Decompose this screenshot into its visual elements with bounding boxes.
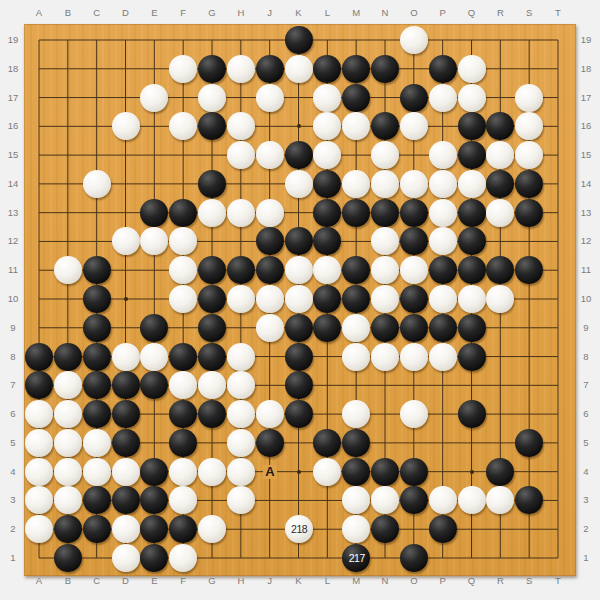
black-stone-Q16[interactable]: ● <box>458 112 486 140</box>
black-stone-Q12[interactable]: ● <box>458 227 486 255</box>
row-label-left-17: 17 <box>3 93 23 103</box>
white-stone-glyph: ○ <box>183 499 184 501</box>
black-stone-O10[interactable]: ● <box>400 285 428 313</box>
black-stone-J5[interactable]: ● <box>256 429 284 457</box>
white-stone-glyph: ○ <box>154 97 155 99</box>
white-stone-H6[interactable]: ○ <box>227 400 255 428</box>
white-stone-Q18[interactable]: ○ <box>458 55 486 83</box>
black-stone-M5[interactable]: ● <box>342 429 370 457</box>
star-point <box>124 297 128 301</box>
white-stone-glyph: ○ <box>211 212 212 214</box>
white-stone-P17[interactable]: ○ <box>429 84 457 112</box>
black-stone-N18[interactable]: ● <box>371 55 399 83</box>
black-stone-D7[interactable]: ● <box>112 371 140 399</box>
white-stone-glyph: ○ <box>125 125 126 127</box>
black-stone-N9[interactable]: ● <box>371 314 399 342</box>
white-stone-K2[interactable]: ○218 <box>285 515 313 543</box>
white-stone-glyph: ○ <box>240 384 241 386</box>
white-stone-J15[interactable]: ○ <box>256 141 284 169</box>
white-stone-glyph: ○ <box>298 269 299 271</box>
white-stone-glyph: ○ <box>67 384 68 386</box>
white-stone-F1[interactable]: ○ <box>169 544 197 572</box>
white-stone-glyph: ○ <box>125 471 126 473</box>
column-label-bottom-S: S <box>519 576 539 586</box>
row-label-left-6: 6 <box>3 409 23 419</box>
white-stone-M9[interactable]: ○ <box>342 314 370 342</box>
black-stone-K7[interactable]: ● <box>285 371 313 399</box>
black-stone-glyph: ● <box>413 499 414 501</box>
black-stone-J12[interactable]: ● <box>256 227 284 255</box>
black-stone-Q15[interactable]: ● <box>458 141 486 169</box>
black-stone-glyph: ● <box>269 68 270 70</box>
black-stone-S14[interactable]: ● <box>515 170 543 198</box>
black-stone-O17[interactable]: ● <box>400 84 428 112</box>
white-stone-O8[interactable]: ○ <box>400 343 428 371</box>
black-stone-E4[interactable]: ● <box>140 458 168 486</box>
white-stone-glyph: ○ <box>442 499 443 501</box>
black-stone-glyph: ● <box>500 183 501 185</box>
row-label-left-14: 14 <box>3 179 23 189</box>
white-stone-P10[interactable]: ○ <box>429 285 457 313</box>
white-stone-glyph: ○ <box>240 471 241 473</box>
black-stone-G6[interactable]: ● <box>198 400 226 428</box>
white-stone-glyph: ○ <box>442 356 443 358</box>
row-label-right-5: 5 <box>576 438 596 448</box>
white-stone-glyph: ○ <box>442 212 443 214</box>
go-game-screenshot: ●○○●○●○●●●●○○○○○●●○○○○○●○○○●○●●○○○●○○○●○… <box>0 0 600 600</box>
black-stone-glyph: ● <box>327 442 328 444</box>
row-label-left-18: 18 <box>3 64 23 74</box>
black-stone-O4[interactable]: ● <box>400 458 428 486</box>
white-stone-E8[interactable]: ○ <box>140 343 168 371</box>
black-stone-glyph: ● <box>442 327 443 329</box>
white-stone-glyph: ○ <box>240 413 241 415</box>
white-stone-B7[interactable]: ○ <box>54 371 82 399</box>
white-stone-O19[interactable]: ○ <box>400 26 428 54</box>
white-stone-L17[interactable]: ○ <box>313 84 341 112</box>
white-stone-D4[interactable]: ○ <box>112 458 140 486</box>
white-stone-glyph: ○ <box>529 154 530 156</box>
black-stone-glyph: ● <box>183 528 184 530</box>
black-stone-glyph: ● <box>96 269 97 271</box>
black-stone-R4[interactable]: ● <box>486 458 514 486</box>
white-stone-Q10[interactable]: ○ <box>458 285 486 313</box>
black-stone-M13[interactable]: ● <box>342 199 370 227</box>
white-stone-glyph: ○ <box>38 471 39 473</box>
white-stone-glyph: ○ <box>38 528 39 530</box>
white-stone-J9[interactable]: ○ <box>256 314 284 342</box>
white-stone-glyph: ○ <box>442 298 443 300</box>
black-stone-C10[interactable]: ● <box>83 285 111 313</box>
column-label-top-E: E <box>144 8 164 18</box>
white-stone-glyph: ○ <box>327 154 328 156</box>
black-stone-glyph: ● <box>183 413 184 415</box>
black-stone-glyph: ● <box>154 557 155 559</box>
white-stone-glyph: ○ <box>183 269 184 271</box>
row-label-right-10: 10 <box>576 294 596 304</box>
column-label-top-D: D <box>116 8 136 18</box>
white-stone-E17[interactable]: ○ <box>140 84 168 112</box>
black-stone-glyph: ● <box>327 212 328 214</box>
white-stone-glyph: ○ <box>67 471 68 473</box>
row-label-left-15: 15 <box>3 150 23 160</box>
black-stone-G14[interactable]: ● <box>198 170 226 198</box>
column-label-top-R: R <box>490 8 510 18</box>
white-stone-glyph: ○ <box>240 442 241 444</box>
black-stone-L18[interactable]: ● <box>313 55 341 83</box>
white-stone-P3[interactable]: ○ <box>429 486 457 514</box>
white-stone-P14[interactable]: ○ <box>429 170 457 198</box>
black-stone-glyph: ● <box>413 212 414 214</box>
black-stone-glyph: ● <box>154 384 155 386</box>
column-label-top-M: M <box>346 8 366 18</box>
black-stone-M4[interactable]: ● <box>342 458 370 486</box>
white-stone-D2[interactable]: ○ <box>112 515 140 543</box>
black-stone-glyph: ● <box>471 125 472 127</box>
column-label-top-S: S <box>519 8 539 18</box>
column-label-top-L: L <box>317 8 337 18</box>
white-stone-L4[interactable]: ○ <box>313 458 341 486</box>
white-stone-D16[interactable]: ○ <box>112 112 140 140</box>
white-stone-C5[interactable]: ○ <box>83 429 111 457</box>
row-label-right-7: 7 <box>576 380 596 390</box>
white-stone-F10[interactable]: ○ <box>169 285 197 313</box>
white-stone-glyph: ○ <box>67 499 68 501</box>
black-stone-P11[interactable]: ● <box>429 256 457 284</box>
black-stone-glyph: ● <box>298 384 299 386</box>
white-stone-P8[interactable]: ○ <box>429 343 457 371</box>
black-stone-glyph: ● <box>471 327 472 329</box>
white-stone-glyph: ○ <box>327 269 328 271</box>
row-label-right-19: 19 <box>576 35 596 45</box>
white-stone-J10[interactable]: ○ <box>256 285 284 313</box>
black-stone-K8[interactable]: ● <box>285 343 313 371</box>
black-stone-M1[interactable]: ●217 <box>342 544 370 572</box>
black-stone-J18[interactable]: ● <box>256 55 284 83</box>
column-label-bottom-F: F <box>173 576 193 586</box>
white-stone-O16[interactable]: ○ <box>400 112 428 140</box>
black-stone-N13[interactable]: ● <box>371 199 399 227</box>
black-stone-K19[interactable]: ● <box>285 26 313 54</box>
black-stone-glyph: ● <box>384 212 385 214</box>
black-stone-D6[interactable]: ● <box>112 400 140 428</box>
white-stone-glyph: ○ <box>67 413 68 415</box>
white-stone-O11[interactable]: ○ <box>400 256 428 284</box>
white-stone-glyph: ○ <box>327 97 328 99</box>
black-stone-F8[interactable]: ● <box>169 343 197 371</box>
black-stone-glyph: ● <box>471 269 472 271</box>
white-stone-glyph: ○ <box>471 298 472 300</box>
white-stone-D12[interactable]: ○ <box>112 227 140 255</box>
white-stone-K10[interactable]: ○ <box>285 285 313 313</box>
row-label-right-12: 12 <box>576 236 596 246</box>
white-stone-B6[interactable]: ○ <box>54 400 82 428</box>
black-stone-D3[interactable]: ● <box>112 486 140 514</box>
black-stone-B2[interactable]: ● <box>54 515 82 543</box>
white-stone-glyph: ○ <box>356 125 357 127</box>
white-stone-glyph: ○ <box>413 183 414 185</box>
black-stone-F13[interactable]: ● <box>169 199 197 227</box>
black-stone-Q13[interactable]: ● <box>458 199 486 227</box>
black-stone-M10[interactable]: ● <box>342 285 370 313</box>
black-stone-K15[interactable]: ● <box>285 141 313 169</box>
white-stone-J6[interactable]: ○ <box>256 400 284 428</box>
white-stone-D8[interactable]: ○ <box>112 343 140 371</box>
white-stone-N15[interactable]: ○ <box>371 141 399 169</box>
white-stone-O14[interactable]: ○ <box>400 170 428 198</box>
column-label-bottom-C: C <box>87 576 107 586</box>
column-label-bottom-O: O <box>404 576 424 586</box>
row-label-left-4: 4 <box>3 467 23 477</box>
white-stone-O6[interactable]: ○ <box>400 400 428 428</box>
black-stone-G10[interactable]: ● <box>198 285 226 313</box>
white-stone-glyph: ○ <box>183 68 184 70</box>
black-stone-glyph: ● <box>413 240 414 242</box>
white-stone-Q14[interactable]: ○ <box>458 170 486 198</box>
row-label-left-13: 13 <box>3 208 23 218</box>
black-stone-L13[interactable]: ● <box>313 199 341 227</box>
white-stone-M14[interactable]: ○ <box>342 170 370 198</box>
black-stone-O1[interactable]: ● <box>400 544 428 572</box>
white-stone-K18[interactable]: ○ <box>285 55 313 83</box>
white-stone-glyph: ○ <box>356 499 357 501</box>
black-stone-C11[interactable]: ● <box>83 256 111 284</box>
white-stone-S17[interactable]: ○ <box>515 84 543 112</box>
black-stone-C2[interactable]: ● <box>83 515 111 543</box>
black-stone-G9[interactable]: ● <box>198 314 226 342</box>
black-stone-Q11[interactable]: ● <box>458 256 486 284</box>
black-stone-glyph: ● <box>384 528 385 530</box>
white-stone-G17[interactable]: ○ <box>198 84 226 112</box>
white-stone-H10[interactable]: ○ <box>227 285 255 313</box>
black-stone-N4[interactable]: ● <box>371 458 399 486</box>
black-stone-E13[interactable]: ● <box>140 199 168 227</box>
black-stone-O13[interactable]: ● <box>400 199 428 227</box>
black-stone-P2[interactable]: ● <box>429 515 457 543</box>
black-stone-glyph: ● <box>356 442 357 444</box>
black-stone-Q9[interactable]: ● <box>458 314 486 342</box>
black-stone-glyph: ● <box>125 413 126 415</box>
black-stone-E9[interactable]: ● <box>140 314 168 342</box>
white-stone-glyph: ○ <box>413 125 414 127</box>
white-stone-glyph: ○ <box>240 298 241 300</box>
white-stone-glyph: ○ <box>211 97 212 99</box>
black-stone-glyph: ● <box>384 471 385 473</box>
white-stone-glyph: ○ <box>356 528 357 530</box>
white-stone-glyph: ○ <box>183 125 184 127</box>
black-stone-K12[interactable]: ● <box>285 227 313 255</box>
white-stone-P13[interactable]: ○ <box>429 199 457 227</box>
white-stone-F18[interactable]: ○ <box>169 55 197 83</box>
row-label-right-2: 2 <box>576 524 596 534</box>
white-stone-A6[interactable]: ○ <box>25 400 53 428</box>
black-stone-M17[interactable]: ● <box>342 84 370 112</box>
black-stone-B8[interactable]: ● <box>54 343 82 371</box>
white-stone-glyph: ○ <box>471 499 472 501</box>
annotation-letter-A: A <box>263 465 276 479</box>
black-stone-K9[interactable]: ● <box>285 314 313 342</box>
white-stone-glyph: ○ <box>269 97 270 99</box>
black-stone-glyph: ● <box>154 499 155 501</box>
white-stone-N8[interactable]: ○ <box>371 343 399 371</box>
white-stone-H15[interactable]: ○ <box>227 141 255 169</box>
black-stone-C8[interactable]: ● <box>83 343 111 371</box>
white-stone-glyph: ○ <box>471 183 472 185</box>
white-stone-B11[interactable]: ○ <box>54 256 82 284</box>
black-stone-H11[interactable]: ● <box>227 256 255 284</box>
column-label-top-B: B <box>58 8 78 18</box>
black-stone-Q6[interactable]: ● <box>458 400 486 428</box>
column-label-top-N: N <box>375 8 395 18</box>
column-label-top-P: P <box>433 8 453 18</box>
column-label-bottom-K: K <box>289 576 309 586</box>
column-label-bottom-T: T <box>548 576 568 586</box>
black-stone-C3[interactable]: ● <box>83 486 111 514</box>
white-stone-Q17[interactable]: ○ <box>458 84 486 112</box>
black-stone-glyph: ● <box>413 97 414 99</box>
black-stone-glyph: ● <box>183 212 184 214</box>
white-stone-G13[interactable]: ○ <box>198 199 226 227</box>
star-point <box>297 470 301 474</box>
black-stone-O9[interactable]: ● <box>400 314 428 342</box>
white-stone-H7[interactable]: ○ <box>227 371 255 399</box>
white-stone-A4[interactable]: ○ <box>25 458 53 486</box>
white-stone-P12[interactable]: ○ <box>429 227 457 255</box>
black-stone-G18[interactable]: ● <box>198 55 226 83</box>
row-label-left-10: 10 <box>3 294 23 304</box>
white-stone-N10[interactable]: ○ <box>371 285 399 313</box>
black-stone-S13[interactable]: ● <box>515 199 543 227</box>
white-stone-J17[interactable]: ○ <box>256 84 284 112</box>
black-stone-P9[interactable]: ● <box>429 314 457 342</box>
white-stone-glyph: ○ <box>96 442 97 444</box>
black-stone-C6[interactable]: ● <box>83 400 111 428</box>
move-number-label: 218 <box>291 523 307 535</box>
white-stone-glyph: ○ <box>96 471 97 473</box>
white-stone-G4[interactable]: ○ <box>198 458 226 486</box>
black-stone-glyph: ● <box>298 356 299 358</box>
white-stone-glyph: ○ <box>183 384 184 386</box>
black-stone-Q8[interactable]: ● <box>458 343 486 371</box>
black-stone-L9[interactable]: ● <box>313 314 341 342</box>
white-stone-K11[interactable]: ○ <box>285 256 313 284</box>
white-stone-C14[interactable]: ○ <box>83 170 111 198</box>
row-label-left-8: 8 <box>3 352 23 362</box>
go-board[interactable]: ●○○●○●○●●●●○○○○○●●○○○○○●○○○●○●●○○○●○○○●○… <box>24 24 576 576</box>
black-stone-M18[interactable]: ● <box>342 55 370 83</box>
white-stone-glyph: ○ <box>356 413 357 415</box>
row-label-right-15: 15 <box>576 150 596 160</box>
white-stone-H5[interactable]: ○ <box>227 429 255 457</box>
white-stone-R13[interactable]: ○ <box>486 199 514 227</box>
black-stone-glyph: ● <box>413 557 414 559</box>
black-stone-glyph: ● <box>125 384 126 386</box>
white-stone-K14[interactable]: ○ <box>285 170 313 198</box>
black-stone-glyph: ● <box>356 97 357 99</box>
white-stone-F4[interactable]: ○ <box>169 458 197 486</box>
row-label-left-16: 16 <box>3 121 23 131</box>
row-label-right-11: 11 <box>576 265 596 275</box>
black-stone-glyph: ● <box>471 356 472 358</box>
white-stone-glyph: ○ <box>211 471 212 473</box>
white-stone-glyph: ○ <box>384 499 385 501</box>
row-label-left-5: 5 <box>3 438 23 448</box>
black-stone-glyph: ● <box>529 212 530 214</box>
black-stone-glyph: ● <box>442 269 443 271</box>
white-stone-glyph: ○ <box>269 298 270 300</box>
white-stone-B4[interactable]: ○ <box>54 458 82 486</box>
white-stone-C4[interactable]: ○ <box>83 458 111 486</box>
white-stone-glyph: ○ <box>413 269 414 271</box>
black-stone-K6[interactable]: ● <box>285 400 313 428</box>
black-stone-glyph: ● <box>154 471 155 473</box>
black-stone-F5[interactable]: ● <box>169 429 197 457</box>
column-label-top-T: T <box>548 8 568 18</box>
white-stone-M8[interactable]: ○ <box>342 343 370 371</box>
white-stone-H4[interactable]: ○ <box>227 458 255 486</box>
white-stone-glyph: ○ <box>183 471 184 473</box>
white-stone-glyph: ○ <box>38 499 39 501</box>
white-stone-Q3[interactable]: ○ <box>458 486 486 514</box>
black-stone-P18[interactable]: ● <box>429 55 457 83</box>
black-stone-glyph: ● <box>67 356 68 358</box>
white-stone-P15[interactable]: ○ <box>429 141 457 169</box>
white-stone-D1[interactable]: ○ <box>112 544 140 572</box>
black-stone-glyph: ● <box>298 39 299 41</box>
black-stone-C9[interactable]: ● <box>83 314 111 342</box>
white-stone-glyph: ○ <box>327 125 328 127</box>
black-stone-glyph: ● <box>183 442 184 444</box>
white-stone-J13[interactable]: ○ <box>256 199 284 227</box>
white-stone-glyph: ○ <box>183 240 184 242</box>
black-stone-glyph: ● <box>356 298 357 300</box>
black-stone-glyph: ● <box>471 413 472 415</box>
white-stone-glyph: ○ <box>269 154 270 156</box>
white-stone-glyph: ○ <box>442 183 443 185</box>
black-stone-glyph: ● <box>96 298 97 300</box>
black-stone-A8[interactable]: ● <box>25 343 53 371</box>
white-stone-glyph: ○ <box>356 183 357 185</box>
black-stone-glyph: ● <box>38 356 39 358</box>
white-stone-glyph: ○ <box>327 471 328 473</box>
black-stone-J11[interactable]: ● <box>256 256 284 284</box>
white-stone-H16[interactable]: ○ <box>227 112 255 140</box>
black-stone-B1[interactable]: ● <box>54 544 82 572</box>
white-stone-glyph: ○ <box>240 68 241 70</box>
white-stone-H18[interactable]: ○ <box>227 55 255 83</box>
black-stone-glyph: ● <box>211 68 212 70</box>
black-stone-glyph: ● <box>327 183 328 185</box>
white-stone-glyph: ○ <box>500 499 501 501</box>
black-stone-G8[interactable]: ● <box>198 343 226 371</box>
column-label-top-H: H <box>231 8 251 18</box>
black-stone-C7[interactable]: ● <box>83 371 111 399</box>
white-stone-A5[interactable]: ○ <box>25 429 53 457</box>
white-stone-B5[interactable]: ○ <box>54 429 82 457</box>
black-stone-D5[interactable]: ● <box>112 429 140 457</box>
white-stone-glyph: ○ <box>240 212 241 214</box>
black-stone-S5[interactable]: ● <box>515 429 543 457</box>
column-label-bottom-J: J <box>260 576 280 586</box>
white-stone-glyph: ○ <box>471 97 472 99</box>
white-stone-glyph: ○ <box>298 68 299 70</box>
white-stone-H8[interactable]: ○ <box>227 343 255 371</box>
black-stone-glyph: ● <box>211 298 212 300</box>
white-stone-N14[interactable]: ○ <box>371 170 399 198</box>
white-stone-glyph: ○ <box>384 356 385 358</box>
black-stone-glyph: ● <box>211 413 212 415</box>
white-stone-H13[interactable]: ○ <box>227 199 255 227</box>
